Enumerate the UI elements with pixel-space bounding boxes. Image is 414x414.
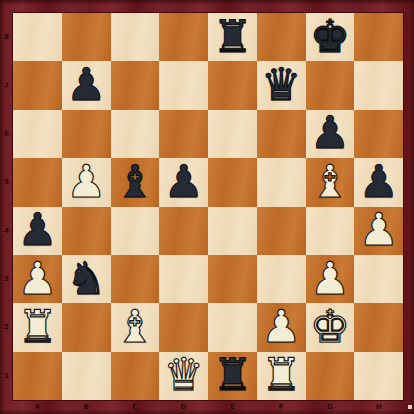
square-b5[interactable]: ♟	[62, 158, 111, 206]
corner-dot	[408, 405, 412, 409]
square-c5[interactable]: ♝	[111, 158, 160, 206]
square-e7[interactable]	[208, 61, 257, 109]
square-g7[interactable]	[306, 61, 355, 109]
square-c2[interactable]: ♝	[111, 303, 160, 351]
black-pawn[interactable]: ♟	[66, 62, 106, 107]
square-a7[interactable]	[13, 61, 62, 109]
white-bishop[interactable]: ♝	[310, 159, 350, 204]
square-g2[interactable]: ♚	[306, 303, 355, 351]
square-c7[interactable]	[111, 61, 160, 109]
square-e2[interactable]	[208, 303, 257, 351]
square-h5[interactable]: ♟	[354, 158, 403, 206]
square-f8[interactable]	[257, 13, 306, 61]
rank-label-8: 8	[0, 13, 13, 61]
square-h2[interactable]	[354, 303, 403, 351]
black-knight[interactable]: ♞	[66, 256, 106, 301]
white-pawn[interactable]: ♟	[358, 207, 398, 252]
square-c1[interactable]	[111, 352, 160, 400]
black-rook[interactable]: ♜	[212, 352, 252, 397]
square-f7[interactable]: ♛	[257, 61, 306, 109]
square-a8[interactable]	[13, 13, 62, 61]
square-f6[interactable]	[257, 110, 306, 158]
square-e5[interactable]	[208, 158, 257, 206]
square-b4[interactable]	[62, 207, 111, 255]
white-king[interactable]: ♚	[310, 304, 350, 349]
square-e6[interactable]	[208, 110, 257, 158]
black-pawn[interactable]: ♟	[163, 159, 203, 204]
square-d2[interactable]	[159, 303, 208, 351]
rank-label-5: 5	[0, 158, 13, 206]
chess-board-frame: 87654321 abcdefgh ♜♚♟♛♟♟♝♟♝♟♟♟♟♞♟♜♝♟♚♛♜♜	[0, 0, 414, 414]
white-pawn[interactable]: ♟	[310, 256, 350, 301]
file-label-b: b	[62, 399, 111, 414]
square-a6[interactable]	[13, 110, 62, 158]
square-h7[interactable]	[354, 61, 403, 109]
black-pawn[interactable]: ♟	[358, 159, 398, 204]
rank-label-7: 7	[0, 61, 13, 109]
square-a1[interactable]	[13, 352, 62, 400]
square-e1[interactable]: ♜	[208, 352, 257, 400]
square-e4[interactable]	[208, 207, 257, 255]
white-rook[interactable]: ♜	[17, 304, 57, 349]
square-c8[interactable]	[111, 13, 160, 61]
file-label-e: e	[208, 399, 257, 414]
black-queen[interactable]: ♛	[261, 62, 301, 107]
black-pawn[interactable]: ♟	[310, 110, 350, 155]
square-h4[interactable]: ♟	[354, 207, 403, 255]
square-h8[interactable]	[354, 13, 403, 61]
square-f1[interactable]: ♜	[257, 352, 306, 400]
square-b2[interactable]	[62, 303, 111, 351]
white-rook[interactable]: ♜	[261, 352, 301, 397]
square-g1[interactable]	[306, 352, 355, 400]
square-b7[interactable]: ♟	[62, 61, 111, 109]
square-h1[interactable]	[354, 352, 403, 400]
square-g6[interactable]: ♟	[306, 110, 355, 158]
square-b6[interactable]	[62, 110, 111, 158]
file-label-h: h	[354, 399, 403, 414]
file-label-c: c	[111, 399, 160, 414]
square-d6[interactable]	[159, 110, 208, 158]
square-b1[interactable]	[62, 352, 111, 400]
square-d7[interactable]	[159, 61, 208, 109]
square-b3[interactable]: ♞	[62, 255, 111, 303]
square-h6[interactable]	[354, 110, 403, 158]
square-e8[interactable]: ♜	[208, 13, 257, 61]
chess-board: ♜♚♟♛♟♟♝♟♝♟♟♟♟♞♟♜♝♟♚♛♜♜	[13, 13, 403, 400]
square-d1[interactable]: ♛	[159, 352, 208, 400]
white-queen[interactable]: ♛	[163, 352, 203, 397]
black-bishop[interactable]: ♝	[115, 159, 155, 204]
rank-label-2: 2	[0, 303, 13, 351]
square-d4[interactable]	[159, 207, 208, 255]
square-h3[interactable]	[354, 255, 403, 303]
square-f3[interactable]	[257, 255, 306, 303]
square-c6[interactable]	[111, 110, 160, 158]
square-g4[interactable]	[306, 207, 355, 255]
square-a4[interactable]: ♟	[13, 207, 62, 255]
square-g8[interactable]: ♚	[306, 13, 355, 61]
square-g5[interactable]: ♝	[306, 158, 355, 206]
file-label-a: a	[13, 399, 62, 414]
black-pawn[interactable]: ♟	[17, 207, 57, 252]
square-d5[interactable]: ♟	[159, 158, 208, 206]
square-a2[interactable]: ♜	[13, 303, 62, 351]
square-f4[interactable]	[257, 207, 306, 255]
file-labels: abcdefgh	[13, 399, 403, 414]
rank-label-3: 3	[0, 255, 13, 303]
white-bishop[interactable]: ♝	[115, 304, 155, 349]
square-c3[interactable]	[111, 255, 160, 303]
file-label-f: f	[257, 399, 306, 414]
rank-label-1: 1	[0, 352, 13, 400]
rank-label-6: 6	[0, 110, 13, 158]
black-rook[interactable]: ♜	[212, 14, 252, 59]
file-label-d: d	[159, 399, 208, 414]
square-g3[interactable]: ♟	[306, 255, 355, 303]
white-pawn[interactable]: ♟	[17, 256, 57, 301]
rank-labels: 87654321	[0, 13, 13, 400]
square-b8[interactable]	[62, 13, 111, 61]
square-a3[interactable]: ♟	[13, 255, 62, 303]
square-e3[interactable]	[208, 255, 257, 303]
square-d3[interactable]	[159, 255, 208, 303]
square-a5[interactable]	[13, 158, 62, 206]
white-pawn[interactable]: ♟	[66, 159, 106, 204]
square-c4[interactable]	[111, 207, 160, 255]
square-f2[interactable]: ♟	[257, 303, 306, 351]
file-label-g: g	[306, 399, 355, 414]
rank-label-4: 4	[0, 207, 13, 255]
black-king[interactable]: ♚	[310, 14, 350, 59]
square-d8[interactable]	[159, 13, 208, 61]
white-pawn[interactable]: ♟	[261, 304, 301, 349]
square-f5[interactable]	[257, 158, 306, 206]
